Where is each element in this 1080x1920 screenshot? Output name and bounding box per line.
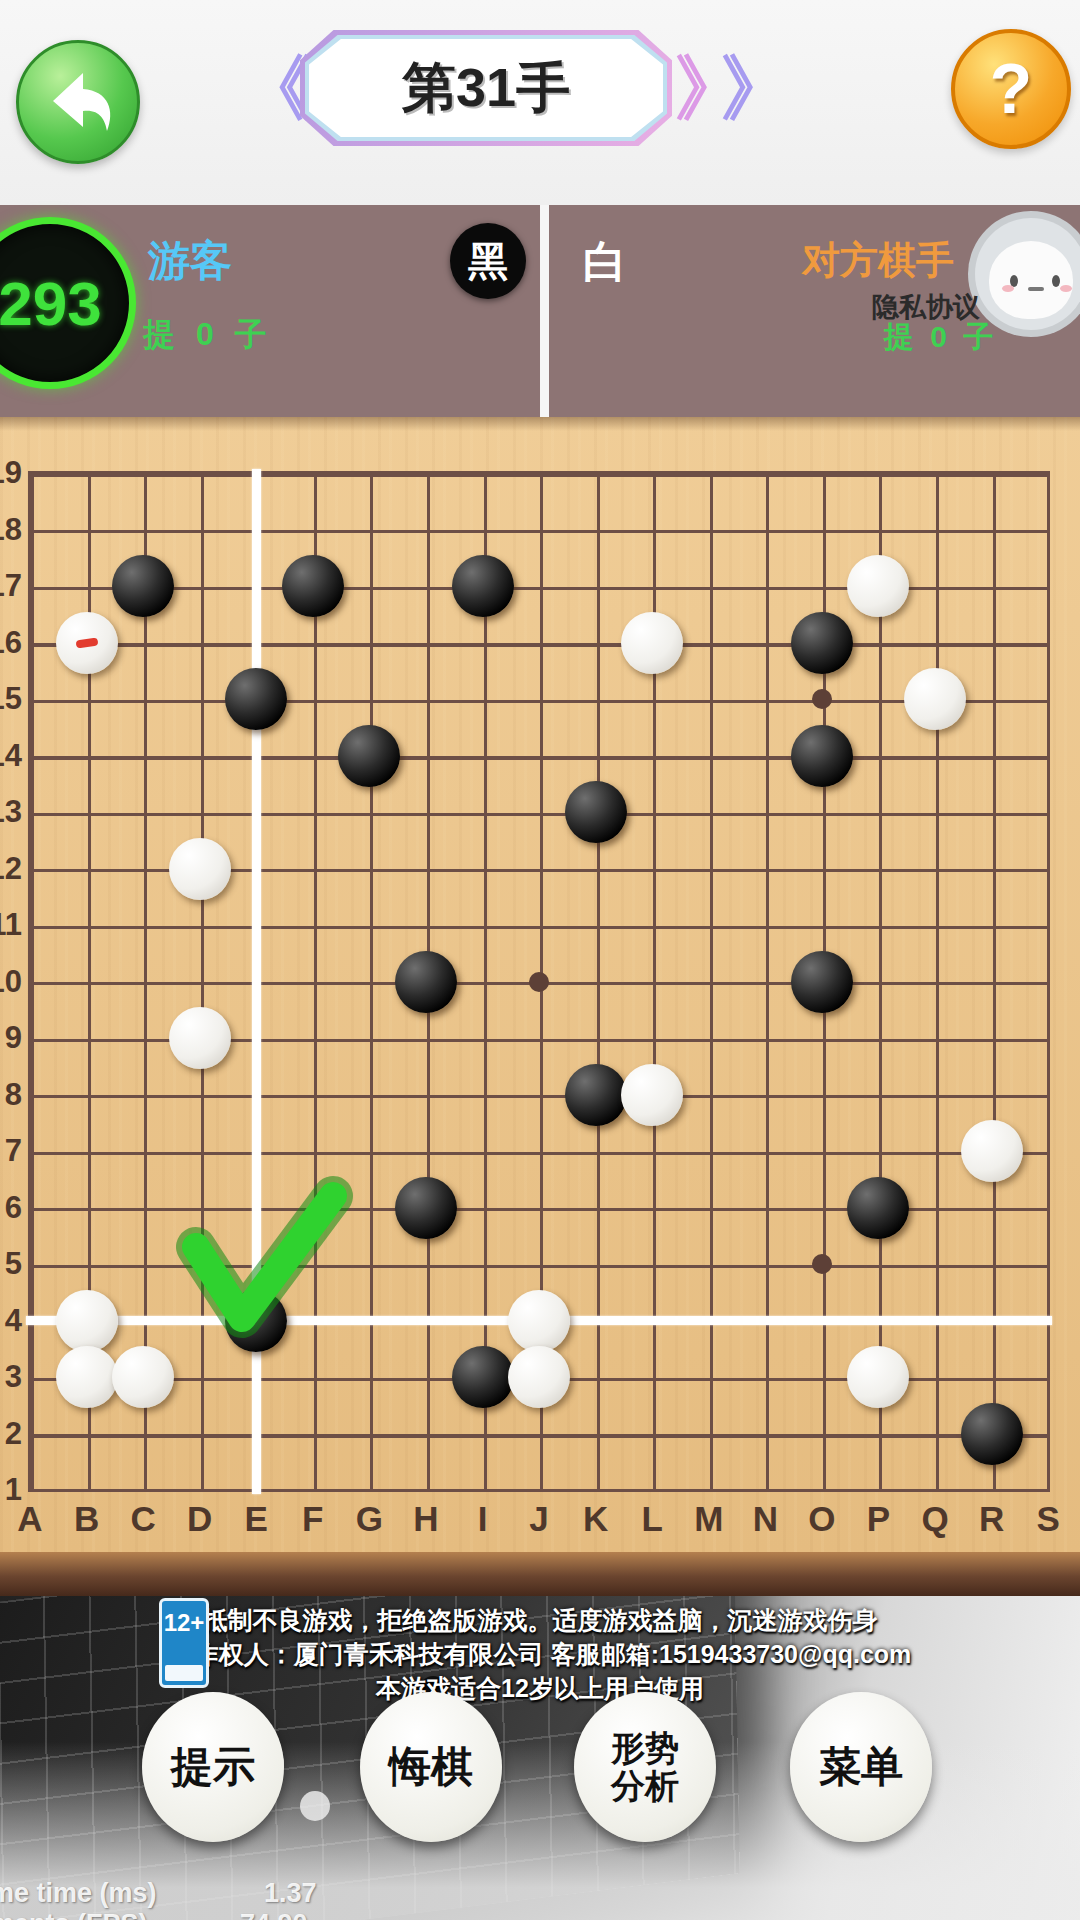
black-stone-I3	[452, 1346, 514, 1408]
column-label: O	[794, 1499, 850, 1539]
row-label: 12	[0, 851, 22, 887]
move-title-plate: 《《 第31手 》》	[240, 24, 760, 152]
column-label: F	[285, 1499, 341, 1539]
row-label: 2	[0, 1416, 22, 1452]
black-stone-E15	[225, 668, 287, 730]
column-label: J	[511, 1499, 567, 1539]
black-stone-K13	[565, 781, 627, 843]
row-label: 13	[0, 794, 22, 830]
help-button[interactable]: ?	[951, 29, 1071, 149]
row-label: 11	[0, 907, 22, 943]
column-label: P	[850, 1499, 906, 1539]
position-analysis-button[interactable]: 形势分析	[574, 1692, 716, 1842]
white-stone-D9	[169, 1007, 231, 1069]
black-timer-value: 293	[0, 224, 129, 382]
black-captures: 提 0 子	[143, 313, 273, 357]
column-label: C	[115, 1499, 171, 1539]
white-player-name: 对方棋手	[778, 235, 978, 286]
row-label: 19	[0, 455, 22, 491]
row-label: 14	[0, 738, 22, 774]
white-stone-D12	[169, 838, 231, 900]
column-label: H	[398, 1499, 454, 1539]
black-side-badge: 黑	[450, 223, 526, 299]
hint-button[interactable]: 提示	[142, 1692, 284, 1842]
column-label: K	[568, 1499, 624, 1539]
black-stone-H6	[395, 1177, 457, 1239]
star-point	[529, 972, 549, 992]
top-bar: 《《 第31手 》》 ?	[0, 0, 1080, 205]
column-label: M	[681, 1499, 737, 1539]
white-stone-B4	[56, 1290, 118, 1352]
go-board[interactable]: 19181716151413121110987654321ABCDEFGHIJK…	[0, 417, 1080, 1552]
column-label: N	[737, 1499, 793, 1539]
board-bottom-bezel	[0, 1552, 1080, 1596]
black-stone-O14	[791, 725, 853, 787]
back-arrow-icon	[37, 61, 119, 143]
column-label: E	[228, 1499, 284, 1539]
black-stone-P6	[847, 1177, 909, 1239]
row-label: 10	[0, 964, 22, 1000]
back-button[interactable]	[16, 40, 140, 164]
black-stone-G14	[338, 725, 400, 787]
column-label: R	[964, 1499, 1020, 1539]
column-label: A	[2, 1499, 58, 1539]
column-label: G	[341, 1499, 397, 1539]
row-label: 4	[0, 1303, 22, 1339]
question-mark-icon: ?	[990, 49, 1033, 129]
move-number-title: 第31手	[402, 52, 570, 125]
black-stone-I17	[452, 555, 514, 617]
black-stone-K8	[565, 1064, 627, 1126]
black-stone-C17	[112, 555, 174, 617]
white-stone-J3	[508, 1346, 570, 1408]
black-stone-H10	[395, 951, 457, 1013]
row-label: 15	[0, 681, 22, 717]
row-label: 17	[0, 568, 22, 604]
column-label: B	[59, 1499, 115, 1539]
footer-panel: 抵制不良游戏，拒绝盗版游戏。适度游戏益脑，沉迷游戏伤身 著作权人：厦门青禾科技有…	[0, 1596, 1080, 1920]
white-side-label: 白	[583, 233, 627, 292]
column-label: S	[1020, 1499, 1076, 1539]
star-point	[812, 689, 832, 709]
menu-button[interactable]: 菜单	[790, 1692, 932, 1842]
white-stone-J4	[508, 1290, 570, 1352]
white-stone-L8	[621, 1064, 683, 1126]
row-label: 3	[0, 1359, 22, 1395]
panel-divider	[540, 205, 549, 417]
white-stone-B3	[56, 1346, 118, 1408]
row-label: 6	[0, 1190, 22, 1226]
white-captures: 提 0 子	[884, 317, 997, 358]
white-stone-L16	[621, 612, 683, 674]
undo-button[interactable]: 悔棋	[360, 1692, 502, 1842]
white-stone-R7	[961, 1120, 1023, 1182]
white-stone-B16	[56, 612, 118, 674]
column-label: Q	[907, 1499, 963, 1539]
black-stone-E4	[225, 1290, 287, 1352]
black-stone-O16	[791, 612, 853, 674]
age-rating-badge: 12+	[159, 1598, 209, 1688]
go-app-screen: { "game": "go", "header": { "title": "第3…	[0, 0, 1080, 1920]
right-chevrons-icon: 》》	[674, 38, 766, 138]
black-timer: 293	[0, 217, 136, 389]
debug-overlay: me time (ms)1.37 ments (FPS)74.90	[0, 1878, 317, 1920]
row-label: 16	[0, 625, 22, 661]
row-label: 5	[0, 1246, 22, 1282]
black-stone-O10	[791, 951, 853, 1013]
player-info-bar: 293 游客 提 0 子 黑 白 对方棋手 隐私协议 提 0 子	[0, 205, 1080, 417]
board-top-shadow	[0, 417, 1080, 431]
black-stone-R2	[961, 1403, 1023, 1465]
white-stone-Q15	[904, 668, 966, 730]
column-label: L	[624, 1499, 680, 1539]
column-label: D	[172, 1499, 228, 1539]
row-label: 7	[0, 1133, 22, 1169]
black-player-name: 游客	[148, 233, 232, 289]
row-label: 9	[0, 1020, 22, 1056]
white-stone-C3	[112, 1346, 174, 1408]
column-label: I	[455, 1499, 511, 1539]
black-stone-F17	[282, 555, 344, 617]
star-point	[812, 1254, 832, 1274]
row-label: 18	[0, 512, 22, 548]
row-label: 8	[0, 1077, 22, 1113]
